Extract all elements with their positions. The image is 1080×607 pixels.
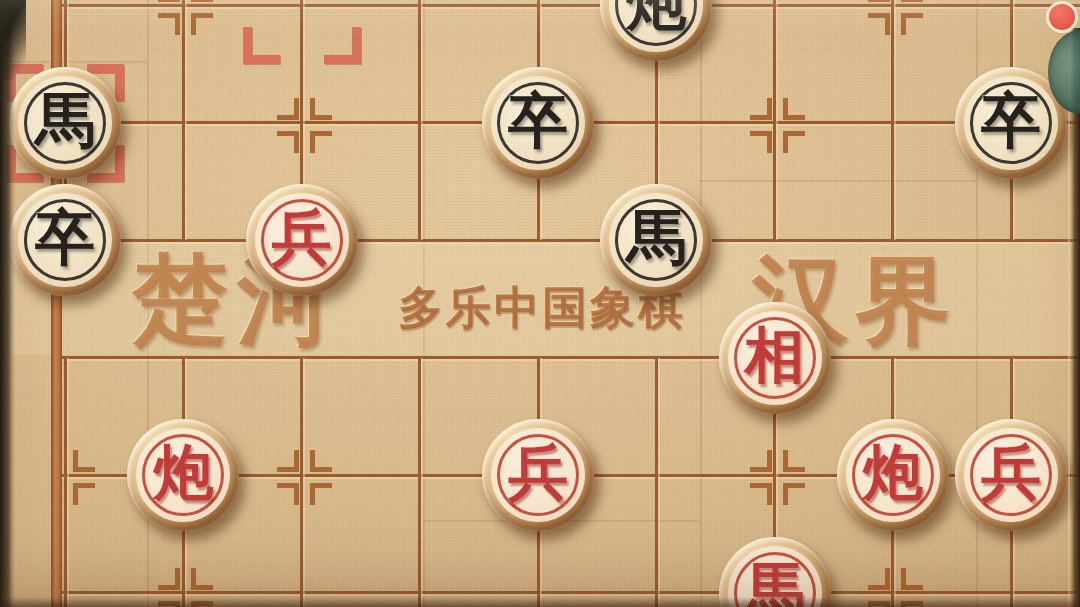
black-horse[interactable]: 馬 bbox=[600, 184, 712, 296]
red-soldier[interactable]: 兵 bbox=[955, 419, 1067, 531]
point-marker bbox=[310, 98, 332, 120]
last-move-from-marker bbox=[243, 27, 280, 64]
file-line bbox=[182, 0, 185, 240]
screen-bottom-edge-shadow bbox=[0, 597, 1080, 607]
point-marker bbox=[868, 568, 890, 590]
point-marker bbox=[277, 131, 299, 153]
point-marker bbox=[868, 0, 890, 2]
point-marker bbox=[158, 0, 180, 2]
piece-character: 馬 bbox=[9, 67, 121, 179]
record-dot-indicator[interactable] bbox=[1046, 1, 1078, 33]
point-marker bbox=[191, 0, 213, 2]
file-line bbox=[300, 358, 303, 607]
point-marker bbox=[310, 131, 332, 153]
file-line bbox=[891, 0, 894, 240]
piece-character: 兵 bbox=[482, 419, 594, 531]
file-line bbox=[418, 358, 421, 607]
red-cannon[interactable]: 炮 bbox=[837, 419, 949, 531]
point-marker bbox=[783, 450, 805, 472]
point-marker bbox=[783, 131, 805, 153]
piece-character: 卒 bbox=[9, 184, 121, 296]
black-horse[interactable]: 馬 bbox=[9, 67, 121, 179]
file-line bbox=[655, 358, 658, 607]
point-marker bbox=[277, 483, 299, 505]
piece-character: 炮 bbox=[127, 419, 239, 531]
point-marker bbox=[901, 13, 923, 35]
piece-character: 炮 bbox=[600, 0, 712, 61]
point-marker bbox=[310, 483, 332, 505]
point-marker bbox=[191, 13, 213, 35]
black-soldier[interactable]: 卒 bbox=[482, 67, 594, 179]
point-marker bbox=[783, 483, 805, 505]
piece-character: 兵 bbox=[246, 184, 358, 296]
last-move-from-marker bbox=[324, 27, 361, 64]
red-soldier[interactable]: 兵 bbox=[246, 184, 358, 296]
red-soldier[interactable]: 兵 bbox=[482, 419, 594, 531]
file-line bbox=[773, 0, 776, 240]
red-cannon[interactable]: 炮 bbox=[127, 419, 239, 531]
point-marker bbox=[73, 483, 95, 505]
piece-character: 馬 bbox=[600, 184, 712, 296]
black-soldier[interactable]: 卒 bbox=[9, 184, 121, 296]
point-marker bbox=[868, 13, 890, 35]
point-marker bbox=[310, 450, 332, 472]
point-marker bbox=[901, 568, 923, 590]
piece-character: 兵 bbox=[955, 419, 1067, 531]
point-marker bbox=[750, 450, 772, 472]
red-elephant[interactable]: 相 bbox=[719, 302, 831, 414]
rank-line bbox=[51, 4, 1080, 7]
black-cannon[interactable]: 炮 bbox=[600, 0, 712, 61]
screen-right-edge-shadow bbox=[1070, 28, 1080, 607]
file-line bbox=[64, 358, 67, 607]
screen-left-edge-shadow bbox=[0, 0, 15, 607]
point-marker bbox=[277, 450, 299, 472]
point-marker bbox=[277, 98, 299, 120]
point-marker bbox=[783, 98, 805, 120]
file-line bbox=[418, 0, 421, 240]
piece-character: 卒 bbox=[482, 67, 594, 179]
point-marker bbox=[158, 13, 180, 35]
point-marker bbox=[158, 568, 180, 590]
point-marker bbox=[73, 450, 95, 472]
point-marker bbox=[901, 0, 923, 2]
screen-topleft-shadow bbox=[0, 0, 26, 80]
piece-character: 相 bbox=[719, 302, 831, 414]
piece-character: 炮 bbox=[837, 419, 949, 531]
river-text: 楚 bbox=[132, 236, 228, 366]
wood-seam bbox=[700, 180, 976, 182]
river-text: 界 bbox=[855, 238, 951, 368]
point-marker bbox=[750, 98, 772, 120]
xiangqi-app-screen: 楚河汉界 多乐中国象棋 炮馬卒卒卒兵馬相炮兵炮兵馬 bbox=[0, 0, 1080, 607]
rank-line bbox=[51, 591, 1080, 594]
point-marker bbox=[191, 568, 213, 590]
point-marker bbox=[750, 131, 772, 153]
point-marker bbox=[750, 483, 772, 505]
